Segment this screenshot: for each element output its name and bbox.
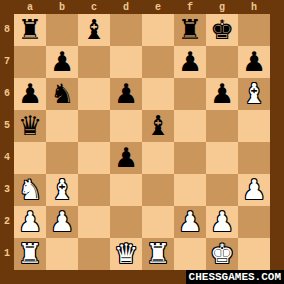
- file-label-e: e: [142, 1, 174, 14]
- square-c7[interactable]: [78, 46, 110, 78]
- square-g6[interactable]: ♟: [206, 78, 238, 110]
- square-h6[interactable]: ♝: [238, 78, 270, 110]
- square-b2[interactable]: ♟: [46, 206, 78, 238]
- square-g1[interactable]: ♚: [206, 238, 238, 270]
- square-c2[interactable]: [78, 206, 110, 238]
- square-a3[interactable]: ♞: [14, 174, 46, 206]
- square-c6[interactable]: [78, 78, 110, 110]
- square-h5[interactable]: [238, 110, 270, 142]
- piece-white-pawn: ♟: [18, 206, 42, 238]
- rank-label-6: 6: [0, 78, 14, 110]
- chess-board-frame: abcdefgh 87654321 ♜♝♜♚♟♟♟♟♞♟♟♝♛♝♟♞♝♟♟♟♟♟…: [0, 0, 284, 284]
- piece-white-queen: ♛: [114, 238, 138, 270]
- square-a4[interactable]: [14, 142, 46, 174]
- square-h3[interactable]: ♟: [238, 174, 270, 206]
- chess-board: ♜♝♜♚♟♟♟♟♞♟♟♝♛♝♟♞♝♟♟♟♟♟♜♛♜♚: [14, 14, 270, 270]
- square-f6[interactable]: [174, 78, 206, 110]
- square-a7[interactable]: [14, 46, 46, 78]
- square-e7[interactable]: [142, 46, 174, 78]
- piece-white-pawn: ♟: [50, 206, 74, 238]
- square-a8[interactable]: ♜: [14, 14, 46, 46]
- square-b1[interactable]: [46, 238, 78, 270]
- piece-black-bishop: ♝: [146, 110, 170, 142]
- file-label-f: f: [174, 1, 206, 14]
- square-c8[interactable]: ♝: [78, 14, 110, 46]
- piece-black-pawn: ♟: [178, 46, 202, 78]
- piece-black-king: ♚: [210, 14, 234, 46]
- square-c1[interactable]: [78, 238, 110, 270]
- piece-black-pawn: ♟: [242, 46, 266, 78]
- square-f3[interactable]: [174, 174, 206, 206]
- square-h2[interactable]: [238, 206, 270, 238]
- file-label-h: h: [238, 1, 270, 14]
- square-h8[interactable]: [238, 14, 270, 46]
- piece-white-pawn: ♟: [210, 206, 234, 238]
- square-f8[interactable]: ♜: [174, 14, 206, 46]
- square-e2[interactable]: [142, 206, 174, 238]
- piece-black-rook: ♜: [18, 14, 42, 46]
- square-g4[interactable]: [206, 142, 238, 174]
- square-h4[interactable]: [238, 142, 270, 174]
- piece-white-pawn: ♟: [242, 174, 266, 206]
- piece-black-pawn: ♟: [210, 78, 234, 110]
- piece-black-pawn: ♟: [114, 142, 138, 174]
- file-label-g: g: [206, 1, 238, 14]
- piece-white-rook: ♜: [18, 238, 42, 270]
- square-b5[interactable]: [46, 110, 78, 142]
- square-f7[interactable]: ♟: [174, 46, 206, 78]
- square-a2[interactable]: ♟: [14, 206, 46, 238]
- piece-white-pawn: ♟: [178, 206, 202, 238]
- square-f1[interactable]: [174, 238, 206, 270]
- file-label-b: b: [46, 1, 78, 14]
- square-a6[interactable]: ♟: [14, 78, 46, 110]
- file-label-c: c: [78, 1, 110, 14]
- piece-black-pawn: ♟: [18, 78, 42, 110]
- square-e5[interactable]: ♝: [142, 110, 174, 142]
- rank-label-1: 1: [0, 238, 14, 270]
- square-d3[interactable]: [110, 174, 142, 206]
- square-b4[interactable]: [46, 142, 78, 174]
- rank-label-2: 2: [0, 206, 14, 238]
- piece-white-rook: ♜: [146, 238, 170, 270]
- rank-label-3: 3: [0, 174, 14, 206]
- square-d1[interactable]: ♛: [110, 238, 142, 270]
- square-b7[interactable]: ♟: [46, 46, 78, 78]
- piece-black-pawn: ♟: [114, 78, 138, 110]
- piece-white-king: ♚: [210, 238, 234, 270]
- square-e4[interactable]: [142, 142, 174, 174]
- piece-white-bishop: ♝: [50, 174, 74, 206]
- piece-black-knight: ♞: [50, 78, 74, 110]
- piece-black-bishop: ♝: [82, 14, 106, 46]
- square-h7[interactable]: ♟: [238, 46, 270, 78]
- piece-black-rook: ♜: [178, 14, 202, 46]
- file-label-a: a: [14, 1, 46, 14]
- rank-label-7: 7: [0, 46, 14, 78]
- square-h1[interactable]: [238, 238, 270, 270]
- piece-black-queen: ♛: [18, 110, 42, 142]
- square-e8[interactable]: [142, 14, 174, 46]
- square-c3[interactable]: [78, 174, 110, 206]
- rank-label-8: 8: [0, 14, 14, 46]
- square-b3[interactable]: ♝: [46, 174, 78, 206]
- square-f4[interactable]: [174, 142, 206, 174]
- rank-label-4: 4: [0, 142, 14, 174]
- square-d2[interactable]: [110, 206, 142, 238]
- piece-white-knight: ♞: [18, 174, 42, 206]
- chessgames-watermark: CHESSGAMES.COM: [186, 270, 284, 284]
- square-d6[interactable]: ♟: [110, 78, 142, 110]
- square-d8[interactable]: [110, 14, 142, 46]
- file-label-d: d: [110, 1, 142, 14]
- square-a5[interactable]: ♛: [14, 110, 46, 142]
- square-c5[interactable]: [78, 110, 110, 142]
- square-g3[interactable]: [206, 174, 238, 206]
- square-d5[interactable]: [110, 110, 142, 142]
- square-c4[interactable]: [78, 142, 110, 174]
- square-f2[interactable]: ♟: [174, 206, 206, 238]
- square-b6[interactable]: ♞: [46, 78, 78, 110]
- square-e6[interactable]: [142, 78, 174, 110]
- piece-black-pawn: ♟: [50, 46, 74, 78]
- square-g5[interactable]: [206, 110, 238, 142]
- square-g7[interactable]: [206, 46, 238, 78]
- square-d7[interactable]: [110, 46, 142, 78]
- square-g8[interactable]: ♚: [206, 14, 238, 46]
- square-a1[interactable]: ♜: [14, 238, 46, 270]
- piece-white-bishop: ♝: [242, 78, 266, 110]
- square-d4[interactable]: ♟: [110, 142, 142, 174]
- square-g2[interactable]: ♟: [206, 206, 238, 238]
- square-f5[interactable]: [174, 110, 206, 142]
- rank-label-5: 5: [0, 110, 14, 142]
- square-e3[interactable]: [142, 174, 174, 206]
- square-b8[interactable]: [46, 14, 78, 46]
- square-e1[interactable]: ♜: [142, 238, 174, 270]
